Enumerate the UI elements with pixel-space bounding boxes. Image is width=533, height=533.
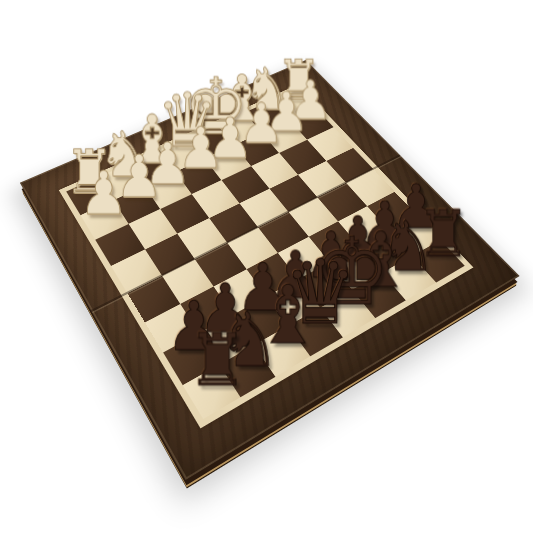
- chess-board: ♜♞♝♛♚♝♞♜♟♟♟♟♟♟♟♟♟♟♟♟♟♟♟♟♜♞♝♛♚♝♞♜: [23, 70, 517, 489]
- squares-grid: ♜♞♝♛♚♝♞♜♟♟♟♟♟♟♟♟♟♟♟♟♟♟♟♟♜♞♝♛♚♝♞♜: [66, 89, 465, 419]
- product-photo-scene: ♜♞♝♛♚♝♞♜♟♟♟♟♟♟♟♟♟♟♟♟♟♟♟♟♜♞♝♛♚♝♞♜: [0, 0, 533, 533]
- white-pawn[interactable]: ♟: [74, 166, 133, 223]
- board-top-face: ♜♞♝♛♚♝♞♜♟♟♟♟♟♟♟♟♟♟♟♟♟♟♟♟♜♞♝♛♚♝♞♜: [20, 60, 520, 480]
- black-rook[interactable]: ♜: [182, 327, 252, 396]
